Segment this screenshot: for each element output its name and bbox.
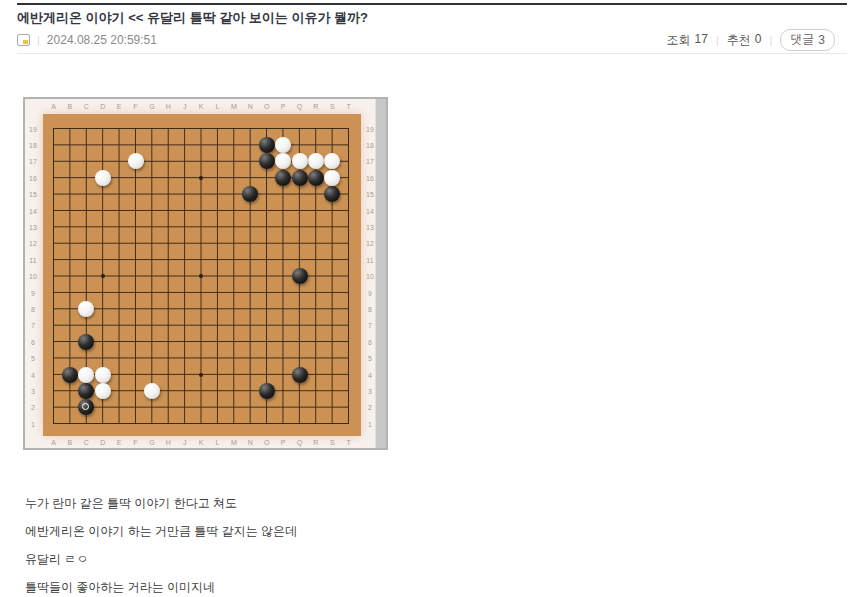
star-point-K4 xyxy=(199,373,203,377)
document-icon-corner xyxy=(23,40,28,44)
coord-label-S: S xyxy=(330,103,335,110)
body-paragraph: 에반게리온 이야기 하는 거만큼 틀딱 같지는 않은데 xyxy=(25,525,725,538)
coord-label-10: 10 xyxy=(29,273,37,280)
stone-black-S15 xyxy=(324,186,340,202)
comments-count: 3 xyxy=(818,33,825,47)
stone-black-C2-last-move xyxy=(78,399,94,415)
coord-label-8: 8 xyxy=(368,305,372,312)
stone-black-Q10 xyxy=(292,268,308,284)
coord-label-T: T xyxy=(347,439,351,446)
stats-divider-2: | xyxy=(769,34,772,46)
views-stat: 조회 17 xyxy=(667,32,708,49)
coord-label-B: B xyxy=(68,103,73,110)
goban-board xyxy=(43,114,361,436)
coord-label-B: B xyxy=(68,439,73,446)
stone-white-S17 xyxy=(324,153,340,169)
coord-label-K: K xyxy=(199,439,204,446)
likes-stat: 추천 0 xyxy=(727,32,762,49)
coord-label-R: R xyxy=(313,439,318,446)
coord-label-C: C xyxy=(84,439,89,446)
stone-black-N15 xyxy=(242,186,258,202)
coord-label-15: 15 xyxy=(29,191,37,198)
coord-label-P: P xyxy=(281,439,286,446)
coord-label-10: 10 xyxy=(366,273,374,280)
stone-black-B4 xyxy=(62,367,78,383)
coord-label-12: 12 xyxy=(29,240,37,247)
coord-label-11: 11 xyxy=(366,256,373,263)
coord-label-4: 4 xyxy=(31,371,35,378)
coord-label-D: D xyxy=(100,439,105,446)
coord-label-Q: Q xyxy=(297,103,302,110)
stone-white-D16 xyxy=(95,170,111,186)
coord-label-3: 3 xyxy=(368,387,372,394)
coord-label-19: 19 xyxy=(366,125,374,132)
stone-black-Q16 xyxy=(292,170,308,186)
coord-label-2: 2 xyxy=(368,404,372,411)
coord-label-O: O xyxy=(264,439,269,446)
coord-label-D: D xyxy=(100,103,105,110)
coord-label-M: M xyxy=(231,103,237,110)
post-stats: 조회 17 | 추천 0 | 댓글 3 xyxy=(667,29,835,51)
coord-label-N: N xyxy=(248,439,253,446)
coord-label-5: 5 xyxy=(368,355,372,362)
stone-black-C3 xyxy=(78,383,94,399)
body-paragraph: 틀딱들이 좋아하는 거라는 이미지네 xyxy=(25,581,725,594)
stone-black-R16 xyxy=(308,170,324,186)
stone-black-C6 xyxy=(78,334,94,350)
stone-white-C4 xyxy=(78,367,94,383)
coord-label-18: 18 xyxy=(366,141,374,148)
coord-label-15: 15 xyxy=(366,191,374,198)
star-point-D10 xyxy=(101,274,105,278)
stone-black-Q4 xyxy=(292,367,308,383)
meta-left: | 2024.08.25 20:59:51 xyxy=(17,33,157,47)
comments-label: 댓글 xyxy=(790,31,814,48)
coord-label-9: 9 xyxy=(31,289,35,296)
stone-white-S16 xyxy=(324,170,340,186)
coord-label-7: 7 xyxy=(31,322,35,329)
coord-label-J: J xyxy=(183,103,187,110)
post-title: 에반게리온 이야기 << 유달리 틀딱 같아 보이는 이유가 뭘까? xyxy=(17,9,827,27)
coord-label-14: 14 xyxy=(366,207,374,214)
coord-label-7: 7 xyxy=(368,322,372,329)
coord-label-6: 6 xyxy=(368,338,372,345)
post-meta-row: | 2024.08.25 20:59:51 조회 17 | 추천 0 | 댓글 … xyxy=(17,31,835,49)
likes-label: 추천 xyxy=(727,32,751,49)
coord-label-S: S xyxy=(330,439,335,446)
post-date: 2024.08.25 20:59:51 xyxy=(47,33,157,47)
coord-label-16: 16 xyxy=(29,174,37,181)
stone-white-R17 xyxy=(308,153,324,169)
coord-label-17: 17 xyxy=(366,158,374,165)
coord-label-9: 9 xyxy=(368,289,372,296)
views-count: 17 xyxy=(695,32,708,49)
coord-label-17: 17 xyxy=(29,158,37,165)
coord-label-M: M xyxy=(231,439,237,446)
star-point-K16 xyxy=(199,176,203,180)
stone-white-G3 xyxy=(144,383,160,399)
likes-count: 0 xyxy=(755,32,762,49)
coord-label-C: C xyxy=(84,103,89,110)
coord-label-1: 1 xyxy=(368,420,372,427)
stone-white-P18 xyxy=(275,137,291,153)
meta-divider: | xyxy=(37,34,40,46)
coord-label-N: N xyxy=(248,103,253,110)
coord-label-A: A xyxy=(51,103,56,110)
coord-label-T: T xyxy=(347,103,351,110)
coord-label-E: E xyxy=(117,103,122,110)
coord-label-E: E xyxy=(117,439,122,446)
coord-label-R: R xyxy=(313,103,318,110)
coord-label-G: G xyxy=(149,439,154,446)
coord-label-P: P xyxy=(281,103,286,110)
coord-label-G: G xyxy=(149,103,154,110)
coord-label-F: F xyxy=(133,439,137,446)
header-separator xyxy=(17,53,847,54)
title-accent-line xyxy=(17,3,847,5)
coord-label-A: A xyxy=(51,439,56,446)
coord-label-4: 4 xyxy=(368,371,372,378)
coord-label-8: 8 xyxy=(31,305,35,312)
coord-label-K: K xyxy=(199,103,204,110)
coord-label-2: 2 xyxy=(31,404,35,411)
comments-badge[interactable]: 댓글 3 xyxy=(780,29,835,51)
coord-label-F: F xyxy=(133,103,137,110)
coord-label-3: 3 xyxy=(31,387,35,394)
coord-label-14: 14 xyxy=(29,207,37,214)
coord-label-13: 13 xyxy=(29,223,37,230)
coord-label-6: 6 xyxy=(31,338,35,345)
stone-black-O17 xyxy=(259,153,275,169)
stone-white-D3 xyxy=(95,383,111,399)
coord-label-19: 19 xyxy=(29,125,37,132)
stone-white-C8 xyxy=(78,301,94,317)
forum-post-page: 에반게리온 이야기 << 유달리 틀딱 같아 보이는 이유가 뭘까? | 202… xyxy=(0,0,850,597)
stats-divider: | xyxy=(716,34,719,46)
coord-label-1: 1 xyxy=(31,420,35,427)
coord-label-J: J xyxy=(183,439,187,446)
coord-label-O: O xyxy=(264,103,269,110)
coord-label-H: H xyxy=(166,439,171,446)
go-board-image: AABBCCDDEEFFGGHHJJKKLLMMNNOOPPQQRRSSTT19… xyxy=(23,97,388,450)
goban-grid xyxy=(53,128,349,424)
coord-label-L: L xyxy=(216,439,220,446)
coord-label-5: 5 xyxy=(31,355,35,362)
stone-black-O18 xyxy=(259,137,275,153)
post-document-icon xyxy=(17,34,30,46)
image-scrollbar xyxy=(375,99,386,448)
coord-label-L: L xyxy=(216,103,220,110)
coord-label-16: 16 xyxy=(366,174,374,181)
coord-label-13: 13 xyxy=(366,223,374,230)
stone-black-P16 xyxy=(275,170,291,186)
post-body: 누가 란마 같은 틀딱 이야기 한다고 쳐도 에반게리온 이야기 하는 거만큼 … xyxy=(25,497,725,597)
coord-label-Q: Q xyxy=(297,439,302,446)
body-paragraph: 누가 란마 같은 틀딱 이야기 한다고 쳐도 xyxy=(25,497,725,510)
stone-white-D4 xyxy=(95,367,111,383)
coord-label-12: 12 xyxy=(366,240,374,247)
body-paragraph: 유달리 ㄹㅇ xyxy=(25,553,725,566)
stone-white-P17 xyxy=(275,153,291,169)
views-label: 조회 xyxy=(667,32,691,49)
coord-label-H: H xyxy=(166,103,171,110)
stone-black-O3 xyxy=(259,383,275,399)
coord-label-11: 11 xyxy=(29,256,36,263)
stone-white-Q17 xyxy=(292,153,308,169)
coord-label-18: 18 xyxy=(29,141,37,148)
star-point-K10 xyxy=(199,274,203,278)
stone-white-F17 xyxy=(128,153,144,169)
